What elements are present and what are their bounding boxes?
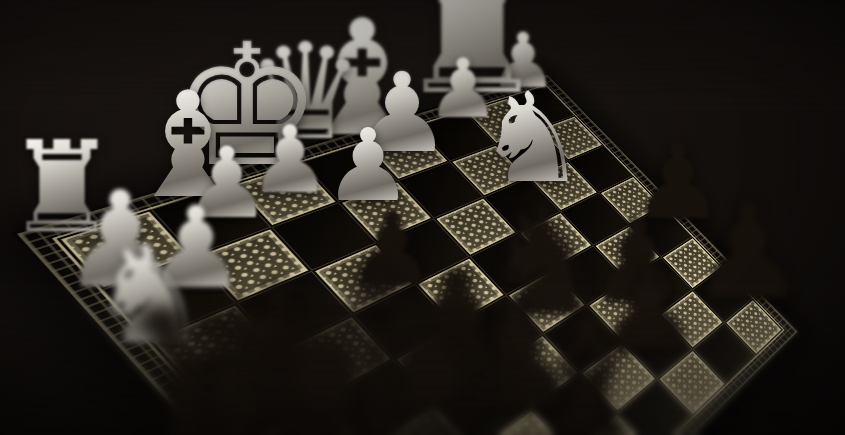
black-pawn-a7[interactable]: ♟ [688,186,807,319]
chess-photo-scene: ♟♜♟♝♛♟♚♞♟♝♟♟♟♜♟♟♟♟♟♞♞♟♟♟♝♜♞♚ [0,0,845,435]
black-bishop-c8[interactable]: ♝ [513,296,662,435]
black-king-f8[interactable]: ♚ [229,222,528,435]
